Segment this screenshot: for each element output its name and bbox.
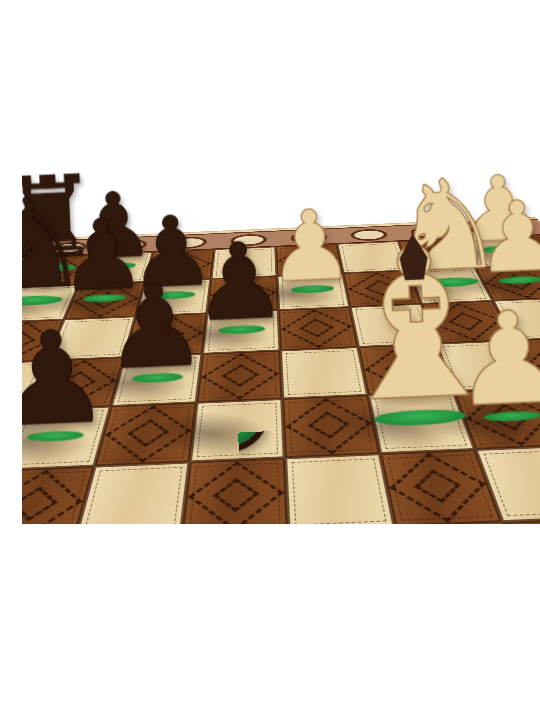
square-g3 [475, 445, 540, 522]
square-e3 [285, 454, 395, 532]
chess-set-photo: ♜♟♟♞♟♟♟♞♟♟♟♝♟♝♟♟ [0, 0, 540, 720]
dark-pawn-glyph: ♟ [101, 268, 209, 386]
photo-margin-bottom [0, 524, 540, 720]
square-f3 [380, 449, 502, 526]
light-bishop: ♝ [319, 219, 514, 430]
dark-pawn: ♟ [101, 268, 209, 386]
